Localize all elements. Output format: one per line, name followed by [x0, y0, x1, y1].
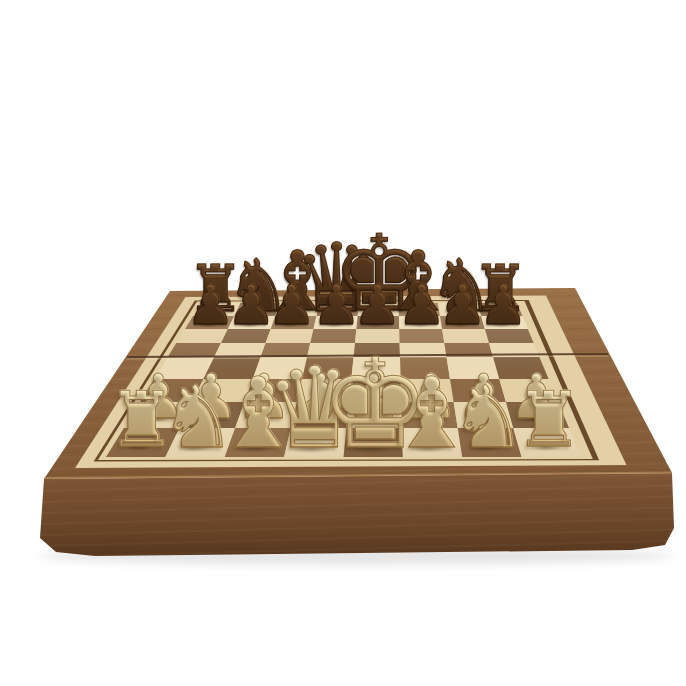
chess-board [0, 0, 686, 686]
board-front-face-grain [40, 473, 674, 556]
product-photo: ♜♞♝♛♚♝♞♜♟♟♟♟♟♟♟♟♟♟♟♟♟♟♟♟♜♞♝♛♚♝♞♜ [0, 0, 686, 686]
